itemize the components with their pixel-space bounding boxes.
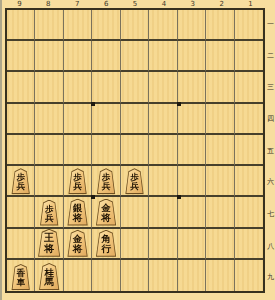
board-cell-8g[interactable]: 歩兵 [35, 197, 63, 228]
board-cell-4e[interactable] [149, 135, 177, 166]
board-cell-4i[interactable] [149, 260, 177, 291]
board-cell-4a[interactable] [149, 10, 177, 41]
column-labels: 987654321 [5, 0, 265, 8]
board-cell-4d[interactable] [149, 104, 177, 135]
board-cell-7b[interactable] [64, 41, 92, 72]
file-label-1: 1 [236, 0, 265, 8]
board-cell-4g[interactable] [149, 197, 177, 228]
piece-lance-9i[interactable]: 香車 [11, 264, 30, 290]
board-cell-7c[interactable] [64, 72, 92, 103]
piece-bishop-6h[interactable]: 角行 [96, 230, 117, 257]
board-cell-2a[interactable] [206, 10, 234, 41]
board-cell-6b[interactable] [92, 41, 120, 72]
board-cell-9a[interactable] [7, 10, 35, 41]
board-cell-6a[interactable] [92, 10, 120, 41]
board-cell-3i[interactable] [178, 260, 206, 291]
board-cell-8e[interactable] [35, 135, 63, 166]
file-label-2: 2 [207, 0, 236, 8]
file-label-8: 8 [34, 0, 63, 8]
board-cell-1h[interactable] [235, 229, 263, 260]
rank-label-3: 三 [266, 71, 275, 103]
star-point [91, 195, 95, 199]
board-cell-2e[interactable] [206, 135, 234, 166]
board-cell-7h[interactable]: 金将 [64, 229, 92, 260]
board-cell-4h[interactable] [149, 229, 177, 260]
piece-pawn-8g[interactable]: 歩兵 [40, 200, 59, 226]
board-cell-1e[interactable] [235, 135, 263, 166]
piece-pawn-5f[interactable]: 歩兵 [125, 168, 144, 194]
board-cell-1f[interactable] [235, 166, 263, 197]
board-cell-9c[interactable] [7, 72, 35, 103]
board-cell-8i[interactable]: 桂馬 [35, 260, 63, 291]
piece-silver-7g[interactable]: 銀将 [67, 199, 88, 226]
board-cell-9e[interactable] [7, 135, 35, 166]
piece-kanji: 歩兵 [12, 169, 29, 193]
star-point [177, 102, 181, 106]
board-cell-6f[interactable]: 歩兵 [92, 166, 120, 197]
board-cell-7f[interactable]: 歩兵 [64, 166, 92, 197]
row-labels: 一二三四五六七八九 [266, 8, 275, 293]
board-cell-5e[interactable] [121, 135, 149, 166]
board-cell-1b[interactable] [235, 41, 263, 72]
piece-pawn-6f[interactable]: 歩兵 [97, 168, 116, 194]
piece-kanji: 金将 [68, 231, 87, 256]
board-cell-1a[interactable] [235, 10, 263, 41]
board-cell-5i[interactable] [121, 260, 149, 291]
board-cell-9d[interactable] [7, 104, 35, 135]
board-cell-5d[interactable] [121, 104, 149, 135]
board-cell-8a[interactable] [35, 10, 63, 41]
board-cell-5f[interactable]: 歩兵 [121, 166, 149, 197]
board-cell-4b[interactable] [149, 41, 177, 72]
star-point [177, 195, 181, 199]
board-cell-3e[interactable] [178, 135, 206, 166]
piece-kanji: 歩兵 [69, 169, 86, 193]
piece-kanji: 王将 [39, 230, 60, 256]
board-cell-5b[interactable] [121, 41, 149, 72]
star-point [91, 102, 95, 106]
board-cell-2b[interactable] [206, 41, 234, 72]
board-cell-2h[interactable] [206, 229, 234, 260]
piece-kanji: 歩兵 [41, 201, 58, 225]
board-cell-6h[interactable]: 角行 [92, 229, 120, 260]
board-cell-3f[interactable] [178, 166, 206, 197]
piece-kanji: 角行 [97, 231, 116, 256]
file-label-7: 7 [63, 0, 92, 8]
rank-label-5: 五 [266, 135, 275, 167]
piece-kanji: 歩兵 [98, 169, 115, 193]
file-label-3: 3 [178, 0, 207, 8]
file-label-5: 5 [121, 0, 150, 8]
piece-knight-8i[interactable]: 桂馬 [39, 263, 60, 290]
board-cell-8b[interactable] [35, 41, 63, 72]
board-cell-4f[interactable] [149, 166, 177, 197]
board-cell-4c[interactable] [149, 72, 177, 103]
rank-label-9: 九 [266, 261, 275, 293]
board-cell-9b[interactable] [7, 41, 35, 72]
board-cell-2f[interactable] [206, 166, 234, 197]
rank-label-4: 四 [266, 103, 275, 135]
board-cell-9i[interactable]: 香車 [7, 260, 35, 291]
board-cell-7e[interactable] [64, 135, 92, 166]
board-cell-3d[interactable] [178, 104, 206, 135]
board-cell-5h[interactable] [121, 229, 149, 260]
board-cell-6g[interactable]: 金将 [92, 197, 120, 228]
board-cell-6c[interactable] [92, 72, 120, 103]
board-cell-3g[interactable] [178, 197, 206, 228]
board-cell-8h[interactable]: 王将 [35, 229, 63, 260]
board-cell-7d[interactable] [64, 104, 92, 135]
shogi-board: 歩兵歩兵歩兵歩兵歩兵銀将金将王将金将角行香車桂馬 [5, 8, 265, 293]
board-cell-1g[interactable] [235, 197, 263, 228]
piece-kanji: 桂馬 [40, 264, 59, 289]
rank-label-2: 二 [266, 40, 275, 72]
board-cell-3a[interactable] [178, 10, 206, 41]
piece-king-8h[interactable]: 王将 [38, 229, 61, 257]
board-cell-7i[interactable] [64, 260, 92, 291]
piece-kanji: 香車 [12, 265, 29, 289]
board-cell-5a[interactable] [121, 10, 149, 41]
piece-pawn-9f[interactable]: 歩兵 [11, 168, 30, 194]
board-cell-6d[interactable] [92, 104, 120, 135]
window-edge [0, 0, 2, 300]
file-label-9: 9 [5, 0, 34, 8]
board-cell-2c[interactable] [206, 72, 234, 103]
board-cell-5c[interactable] [121, 72, 149, 103]
piece-gold-7h[interactable]: 金将 [67, 230, 88, 257]
piece-kanji: 金将 [97, 200, 116, 225]
piece-kanji: 銀将 [68, 200, 87, 225]
board-cell-8f[interactable] [35, 166, 63, 197]
rank-label-1: 一 [266, 8, 275, 40]
board-cell-3h[interactable] [178, 229, 206, 260]
board-cell-2i[interactable] [206, 260, 234, 291]
rank-label-8: 八 [266, 230, 275, 262]
board-cell-9f[interactable]: 歩兵 [7, 166, 35, 197]
board-cell-1c[interactable] [235, 72, 263, 103]
rank-label-6: 六 [266, 166, 275, 198]
board-cell-6i[interactable] [92, 260, 120, 291]
board-cell-9h[interactable] [7, 229, 35, 260]
board-cell-6e[interactable] [92, 135, 120, 166]
board-cell-8c[interactable] [35, 72, 63, 103]
board-cell-5g[interactable] [121, 197, 149, 228]
board-cell-7g[interactable]: 銀将 [64, 197, 92, 228]
rank-label-7: 七 [266, 198, 275, 230]
piece-gold-6g[interactable]: 金将 [96, 199, 117, 226]
board-cell-3b[interactable] [178, 41, 206, 72]
board-cell-2g[interactable] [206, 197, 234, 228]
board-cell-9g[interactable] [7, 197, 35, 228]
board-cell-8d[interactable] [35, 104, 63, 135]
board-cell-1d[interactable] [235, 104, 263, 135]
file-label-4: 4 [149, 0, 178, 8]
board-cell-2d[interactable] [206, 104, 234, 135]
piece-kanji: 歩兵 [126, 169, 143, 193]
board-cell-1i[interactable] [235, 260, 263, 291]
board-cell-3c[interactable] [178, 72, 206, 103]
shogi-diagram: 987654321 歩兵歩兵歩兵歩兵歩兵銀将金将王将金将角行香車桂馬 一二三四五… [0, 0, 275, 300]
piece-pawn-7f[interactable]: 歩兵 [68, 168, 87, 194]
file-label-6: 6 [92, 0, 121, 8]
board-cell-7a[interactable] [64, 10, 92, 41]
